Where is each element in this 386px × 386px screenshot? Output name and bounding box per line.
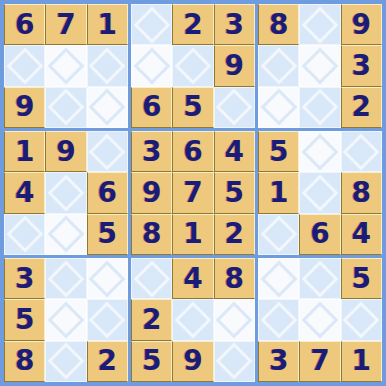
- cell-r3c7[interactable]: [258, 87, 299, 128]
- cell-r7c8[interactable]: [299, 258, 340, 299]
- cell-r3c9: 2: [341, 87, 382, 128]
- cell-r3c1: 9: [4, 87, 45, 128]
- cell-r8c2[interactable]: [45, 299, 86, 340]
- cell-r9c1: 8: [4, 341, 45, 382]
- diamond-icon: [175, 48, 212, 85]
- diamond-icon: [48, 260, 85, 297]
- diamond-icon: [302, 133, 339, 170]
- cell-r4c2: 9: [45, 131, 86, 172]
- cell-r6c3: 5: [87, 214, 128, 255]
- cell-r6c9: 4: [341, 214, 382, 255]
- diamond-icon: [89, 260, 126, 297]
- cell-r2c6: 9: [214, 45, 255, 86]
- cell-r1c4[interactable]: [131, 4, 172, 45]
- cell-r1c3: 1: [87, 4, 128, 45]
- diamond-icon: [302, 175, 339, 212]
- cell-r5c6: 5: [214, 172, 255, 213]
- cell-r1c1: 6: [4, 4, 45, 45]
- cell-r6c8: 6: [299, 214, 340, 255]
- diamond-icon: [260, 302, 297, 339]
- cell-r9c4: 5: [131, 341, 172, 382]
- cell-r8c6[interactable]: [214, 299, 255, 340]
- cell-r4c5: 6: [172, 131, 213, 172]
- cell-r2c2[interactable]: [45, 45, 86, 86]
- cell-r5c4: 9: [131, 172, 172, 213]
- cell-r1c7: 8: [258, 4, 299, 45]
- cell-r3c6[interactable]: [214, 87, 255, 128]
- cell-r2c1[interactable]: [4, 45, 45, 86]
- cell-r7c2[interactable]: [45, 258, 86, 299]
- box-1-2: 23965: [131, 4, 255, 128]
- cell-r3c8[interactable]: [299, 87, 340, 128]
- cell-r8c3[interactable]: [87, 299, 128, 340]
- cell-r6c1[interactable]: [4, 214, 45, 255]
- cell-r7c4[interactable]: [131, 258, 172, 299]
- box-3-3: 5371: [258, 258, 382, 382]
- diamond-icon: [133, 6, 170, 43]
- cell-r7c9: 5: [341, 258, 382, 299]
- diamond-icon: [89, 48, 126, 85]
- cell-r9c5: 9: [172, 341, 213, 382]
- cell-r4c9[interactable]: [341, 131, 382, 172]
- cell-r5c3: 6: [87, 172, 128, 213]
- box-3-1: 3582: [4, 258, 128, 382]
- cell-r6c6: 2: [214, 214, 255, 255]
- cell-r8c4: 2: [131, 299, 172, 340]
- cell-r4c3[interactable]: [87, 131, 128, 172]
- cell-r2c7[interactable]: [258, 45, 299, 86]
- cell-r2c3[interactable]: [87, 45, 128, 86]
- cell-r5c5: 7: [172, 172, 213, 213]
- diamond-icon: [6, 216, 43, 253]
- cell-r1c9: 9: [341, 4, 382, 45]
- diamond-icon: [216, 343, 253, 380]
- cell-r4c1: 1: [4, 131, 45, 172]
- cell-r3c5: 5: [172, 87, 213, 128]
- cell-r1c2: 7: [45, 4, 86, 45]
- cell-r1c5: 2: [172, 4, 213, 45]
- diamond-icon: [48, 89, 85, 126]
- cell-r3c2[interactable]: [45, 87, 86, 128]
- box-2-2: 364975812: [131, 131, 255, 255]
- cell-r3c3[interactable]: [87, 87, 128, 128]
- diamond-icon: [302, 302, 339, 339]
- cell-r5c1: 4: [4, 172, 45, 213]
- cell-r9c8: 7: [299, 341, 340, 382]
- cell-r2c9: 3: [341, 45, 382, 86]
- diamond-icon: [216, 89, 253, 126]
- diamond-icon: [48, 343, 85, 380]
- cell-r8c7[interactable]: [258, 299, 299, 340]
- box-1-3: 8932: [258, 4, 382, 128]
- diamond-icon: [302, 48, 339, 85]
- cell-r5c2[interactable]: [45, 172, 86, 213]
- cell-r7c1: 3: [4, 258, 45, 299]
- cell-r3c4: 6: [131, 87, 172, 128]
- diamond-icon: [133, 48, 170, 85]
- cell-r6c5: 1: [172, 214, 213, 255]
- diamond-icon: [48, 302, 85, 339]
- diamond-icon: [48, 216, 85, 253]
- cell-r8c9[interactable]: [341, 299, 382, 340]
- cell-r5c9: 8: [341, 172, 382, 213]
- box-3-2: 48259: [131, 258, 255, 382]
- cell-r5c7: 1: [258, 172, 299, 213]
- diamond-icon: [302, 260, 339, 297]
- diamond-icon: [89, 133, 126, 170]
- cell-r2c8[interactable]: [299, 45, 340, 86]
- diamond-icon: [175, 302, 212, 339]
- cell-r7c7[interactable]: [258, 258, 299, 299]
- diamond-icon: [6, 48, 43, 85]
- diamond-icon: [133, 260, 170, 297]
- diamond-icon: [260, 260, 297, 297]
- cell-r1c8[interactable]: [299, 4, 340, 45]
- diamond-icon: [216, 302, 253, 339]
- diamond-icon: [89, 89, 126, 126]
- cell-r9c6[interactable]: [214, 341, 255, 382]
- diamond-icon: [48, 175, 85, 212]
- box-2-3: 51864: [258, 131, 382, 255]
- cell-r4c4: 3: [131, 131, 172, 172]
- cell-r2c5[interactable]: [172, 45, 213, 86]
- cell-r6c4: 8: [131, 214, 172, 255]
- cell-r2c4[interactable]: [131, 45, 172, 86]
- diamond-icon: [302, 6, 339, 43]
- cell-r4c8[interactable]: [299, 131, 340, 172]
- diamond-icon: [343, 302, 380, 339]
- cell-r6c2[interactable]: [45, 214, 86, 255]
- cell-r9c3: 2: [87, 341, 128, 382]
- diamond-icon: [260, 89, 297, 126]
- cell-r8c8[interactable]: [299, 299, 340, 340]
- cell-r9c9: 1: [341, 341, 382, 382]
- diamond-icon: [302, 89, 339, 126]
- diamond-icon: [260, 216, 297, 253]
- cell-r9c2[interactable]: [45, 341, 86, 382]
- cell-r5c8[interactable]: [299, 172, 340, 213]
- cell-r7c5: 4: [172, 258, 213, 299]
- cell-r4c6: 4: [214, 131, 255, 172]
- sudoku-board: 6719239658932194653649758125186435824825…: [0, 0, 386, 386]
- diamond-icon: [260, 48, 297, 85]
- cell-r6c7[interactable]: [258, 214, 299, 255]
- cell-r7c6: 8: [214, 258, 255, 299]
- cell-r8c1: 5: [4, 299, 45, 340]
- cell-r1c6: 3: [214, 4, 255, 45]
- diamond-icon: [48, 48, 85, 85]
- box-2-1: 19465: [4, 131, 128, 255]
- cell-r8c5[interactable]: [172, 299, 213, 340]
- box-1-1: 6719: [4, 4, 128, 128]
- cell-r7c3[interactable]: [87, 258, 128, 299]
- cell-r4c7: 5: [258, 131, 299, 172]
- cell-r9c7: 3: [258, 341, 299, 382]
- diamond-icon: [343, 133, 380, 170]
- diamond-icon: [89, 302, 126, 339]
